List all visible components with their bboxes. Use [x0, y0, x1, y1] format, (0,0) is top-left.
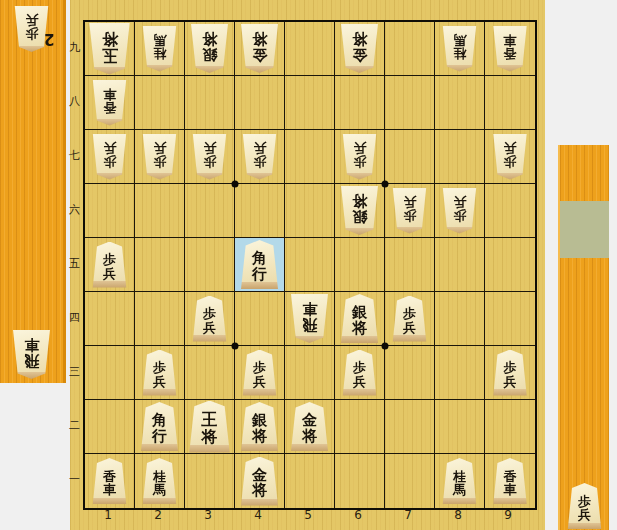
piece-kanji: 銀将	[189, 24, 231, 73]
hand-slot-highlight[interactable]	[560, 201, 609, 258]
piece-kanji: 桂馬	[141, 458, 179, 504]
square-f7-五[interactable]	[385, 238, 435, 292]
piece-bishop-bottom[interactable]: 角行	[239, 240, 281, 289]
piece-silver-top[interactable]: 銀将	[339, 186, 381, 235]
square-f4-七[interactable]: 歩兵	[235, 130, 285, 184]
piece-lance-top[interactable]: 香車	[91, 80, 129, 126]
piece-kanji: 銀将	[239, 402, 281, 451]
file-label-7: 7	[383, 508, 433, 522]
square-f8-三[interactable]	[435, 346, 485, 400]
piece-kanji: 飛車	[11, 330, 53, 379]
piece-gold-bottom[interactable]: 金将	[289, 402, 331, 451]
piece-kanji: 玉将	[87, 23, 133, 75]
square-f2-一[interactable]: 桂馬	[135, 454, 185, 508]
piece-rook-top-in-hand[interactable]: 飛車	[11, 330, 53, 379]
square-f1-五[interactable]: 歩兵	[85, 238, 135, 292]
piece-lance-bottom[interactable]: 香車	[91, 458, 129, 504]
star-point	[382, 181, 389, 188]
square-f2-四[interactable]	[135, 292, 185, 346]
rank-label-七: 七	[67, 128, 82, 182]
square-f3-四[interactable]: 歩兵	[185, 292, 235, 346]
square-f6-五[interactable]	[335, 238, 385, 292]
square-f4-二[interactable]: 銀将	[235, 400, 285, 454]
piece-kanji: 歩兵	[491, 350, 529, 396]
square-f3-九[interactable]: 銀将	[185, 22, 235, 76]
rank-label-五: 五	[67, 236, 82, 290]
square-f9-八[interactable]	[485, 76, 535, 130]
piece-kanji: 歩兵	[141, 134, 179, 180]
square-f4-六[interactable]	[235, 184, 285, 238]
piece-kanji: 角行	[139, 402, 181, 451]
piece-kanji: 角行	[239, 240, 281, 289]
square-f6-七[interactable]: 歩兵	[335, 130, 385, 184]
piece-kanji: 歩兵	[566, 483, 604, 529]
piece-silver-bottom[interactable]: 銀将	[239, 402, 281, 451]
square-f3-八[interactable]	[185, 76, 235, 130]
square-f4-五[interactable]: 角行	[235, 238, 285, 292]
piece-kanji: 銀将	[339, 186, 381, 235]
square-f8-一[interactable]: 桂馬	[435, 454, 485, 508]
file-label-9: 9	[483, 508, 533, 522]
square-f5-五[interactable]	[285, 238, 335, 292]
square-f4-三[interactable]: 歩兵	[235, 346, 285, 400]
square-f6-二[interactable]	[335, 400, 385, 454]
square-f5-四[interactable]: 飛車	[285, 292, 335, 346]
file-label-5: 5	[283, 508, 333, 522]
square-f9-二[interactable]	[485, 400, 535, 454]
piece-pawn-bottom[interactable]: 歩兵	[241, 350, 279, 396]
square-f8-六[interactable]: 歩兵	[435, 184, 485, 238]
piece-knight-bottom[interactable]: 桂馬	[141, 458, 179, 504]
square-f5-八[interactable]	[285, 76, 335, 130]
square-f3-七[interactable]: 歩兵	[185, 130, 235, 184]
square-f2-五[interactable]	[135, 238, 185, 292]
rank-label-八: 八	[67, 74, 82, 128]
file-label-4: 4	[233, 508, 283, 522]
piece-knight-top[interactable]: 桂馬	[141, 26, 179, 72]
square-f1-一[interactable]: 香車	[85, 454, 135, 508]
square-f9-三[interactable]: 歩兵	[485, 346, 535, 400]
piece-pawn-bottom-in-hand[interactable]: 歩兵	[566, 483, 604, 529]
square-f9-九[interactable]: 香車	[485, 22, 535, 76]
hand-slot-top-pawn[interactable]: 歩兵2	[0, 6, 63, 52]
piece-silver-bottom[interactable]: 銀将	[339, 294, 381, 343]
square-f7-七[interactable]	[385, 130, 435, 184]
file-label-2: 2	[133, 508, 183, 522]
square-f4-四[interactable]	[235, 292, 285, 346]
piece-kanji: 歩兵	[441, 188, 479, 234]
piece-pawn-bottom[interactable]: 歩兵	[91, 242, 129, 288]
square-f4-一[interactable]: 金将	[235, 454, 285, 508]
square-f1-七[interactable]: 歩兵	[85, 130, 135, 184]
square-f7-六[interactable]: 歩兵	[385, 184, 435, 238]
square-f3-五[interactable]	[185, 238, 235, 292]
piece-kanji: 桂馬	[441, 26, 479, 72]
square-f7-四[interactable]: 歩兵	[385, 292, 435, 346]
square-f9-五[interactable]	[485, 238, 535, 292]
piece-pawn-top[interactable]: 歩兵	[141, 134, 179, 180]
piece-gold-top[interactable]: 金将	[239, 24, 281, 73]
piece-knight-top[interactable]: 桂馬	[441, 26, 479, 72]
square-f7-九[interactable]	[385, 22, 435, 76]
piece-pawn-bottom[interactable]: 歩兵	[141, 350, 179, 396]
piece-kanji: 香車	[491, 458, 529, 504]
piece-pawn-bottom[interactable]: 歩兵	[391, 296, 429, 342]
piece-gold-top[interactable]: 金将	[339, 24, 381, 73]
square-f2-二[interactable]: 角行	[135, 400, 185, 454]
piece-kanji: 香車	[91, 80, 129, 126]
piece-rook-top[interactable]: 飛車	[289, 294, 331, 343]
square-f8-五[interactable]	[435, 238, 485, 292]
square-f3-二[interactable]: 王将	[185, 400, 235, 454]
file-label-6: 6	[333, 508, 383, 522]
piece-kanji: 歩兵	[241, 350, 279, 396]
piece-kanji: 王将	[187, 401, 233, 453]
rank-label-一: 一	[67, 452, 82, 506]
square-f2-七[interactable]: 歩兵	[135, 130, 185, 184]
hand-slot-bottom-pawn[interactable]: 歩兵	[560, 483, 609, 529]
piece-kanji: 桂馬	[441, 458, 479, 504]
piece-kanji: 金将	[289, 402, 331, 451]
square-f2-八[interactable]	[135, 76, 185, 130]
piece-kanji: 香車	[91, 458, 129, 504]
square-f6-九[interactable]: 金将	[335, 22, 385, 76]
file-labels: 123456789	[83, 508, 533, 522]
square-f7-八[interactable]	[385, 76, 435, 130]
piece-pawn-top[interactable]: 歩兵	[341, 134, 379, 180]
square-f5-二[interactable]: 金将	[285, 400, 335, 454]
square-f4-八[interactable]	[235, 76, 285, 130]
square-f8-七[interactable]	[435, 130, 485, 184]
square-f9-六[interactable]	[485, 184, 535, 238]
square-f9-一[interactable]: 香車	[485, 454, 535, 508]
square-f8-二[interactable]	[435, 400, 485, 454]
square-f8-四[interactable]	[435, 292, 485, 346]
square-f4-九[interactable]: 金将	[235, 22, 285, 76]
star-point	[232, 181, 239, 188]
bottom-player-hand-tray: 歩兵	[558, 145, 609, 530]
square-f2-六[interactable]	[135, 184, 185, 238]
file-label-8: 8	[433, 508, 483, 522]
file-label-3: 3	[183, 508, 233, 522]
piece-kanji: 金将	[239, 457, 281, 506]
square-f7-一[interactable]	[385, 454, 435, 508]
piece-king-top[interactable]: 玉将	[87, 23, 133, 75]
square-f5-三[interactable]	[285, 346, 335, 400]
square-f1-二[interactable]	[85, 400, 135, 454]
piece-pawn-top[interactable]: 歩兵	[391, 188, 429, 234]
piece-pawn-top[interactable]: 歩兵	[241, 134, 279, 180]
square-f7-二[interactable]	[385, 400, 435, 454]
square-f8-九[interactable]: 桂馬	[435, 22, 485, 76]
piece-kanji: 歩兵	[241, 134, 279, 180]
square-f3-六[interactable]	[185, 184, 235, 238]
square-f9-七[interactable]: 歩兵	[485, 130, 535, 184]
hand-slot-top-rook[interactable]: 飛車	[0, 330, 63, 379]
square-f5-六[interactable]	[285, 184, 335, 238]
square-f8-八[interactable]	[435, 76, 485, 130]
star-point	[232, 343, 239, 350]
rank-label-四: 四	[67, 290, 82, 344]
piece-gold-bottom[interactable]: 金将	[239, 457, 281, 506]
piece-kanji: 飛車	[289, 294, 331, 343]
piece-kanji: 金将	[239, 24, 281, 73]
piece-kanji: 香車	[491, 26, 529, 72]
square-f3-一[interactable]	[185, 454, 235, 508]
piece-pawn-top[interactable]: 歩兵	[191, 134, 229, 180]
piece-king-bottom[interactable]: 王将	[187, 401, 233, 453]
square-f5-九[interactable]	[285, 22, 335, 76]
piece-pawn-bottom[interactable]: 歩兵	[191, 296, 229, 342]
rank-label-九: 九	[67, 20, 82, 74]
piece-pawn-top[interactable]: 歩兵	[491, 134, 529, 180]
piece-kanji: 銀将	[339, 294, 381, 343]
rank-label-六: 六	[67, 182, 82, 236]
square-f2-九[interactable]: 桂馬	[135, 22, 185, 76]
piece-kanji: 歩兵	[391, 188, 429, 234]
rank-label-二: 二	[67, 398, 82, 452]
piece-bishop-bottom[interactable]: 角行	[139, 402, 181, 451]
piece-pawn-top[interactable]: 歩兵	[441, 188, 479, 234]
square-f6-三[interactable]: 歩兵	[335, 346, 385, 400]
square-f1-四[interactable]	[85, 292, 135, 346]
piece-kanji: 歩兵	[91, 134, 129, 180]
piece-knight-bottom[interactable]: 桂馬	[441, 458, 479, 504]
piece-kanji: 歩兵	[341, 350, 379, 396]
square-f1-六[interactable]	[85, 184, 135, 238]
square-f2-三[interactable]: 歩兵	[135, 346, 185, 400]
piece-pawn-top[interactable]: 歩兵	[91, 134, 129, 180]
hand-count: 2	[44, 30, 54, 48]
square-f6-八[interactable]	[335, 76, 385, 130]
square-f7-三[interactable]	[385, 346, 435, 400]
square-f5-七[interactable]	[285, 130, 335, 184]
piece-pawn-bottom[interactable]: 歩兵	[491, 350, 529, 396]
file-label-1: 1	[83, 508, 133, 522]
piece-kanji: 歩兵	[191, 134, 229, 180]
piece-lance-top[interactable]: 香車	[491, 26, 529, 72]
piece-kanji: 桂馬	[141, 26, 179, 72]
board-grid: 玉将桂馬銀将金将金将桂馬香車香車歩兵歩兵歩兵歩兵歩兵歩兵銀将歩兵歩兵歩兵角行歩兵…	[83, 20, 537, 510]
square-f5-一[interactable]	[285, 454, 335, 508]
square-f1-三[interactable]	[85, 346, 135, 400]
piece-pawn-bottom[interactable]: 歩兵	[341, 350, 379, 396]
piece-kanji: 金将	[339, 24, 381, 73]
piece-silver-top[interactable]: 銀将	[189, 24, 231, 73]
square-f1-八[interactable]: 香車	[85, 76, 135, 130]
piece-kanji: 歩兵	[491, 134, 529, 180]
square-f6-六[interactable]: 銀将	[335, 184, 385, 238]
star-point	[382, 343, 389, 350]
top-player-hand-tray: 歩兵2飛車	[0, 0, 66, 383]
piece-kanji: 歩兵	[341, 134, 379, 180]
square-f9-四[interactable]	[485, 292, 535, 346]
piece-lance-bottom[interactable]: 香車	[491, 458, 529, 504]
square-f6-一[interactable]	[335, 454, 385, 508]
piece-kanji: 歩兵	[91, 242, 129, 288]
rank-labels: 九八七六五四三二一	[67, 20, 82, 506]
piece-kanji: 歩兵	[141, 350, 179, 396]
square-f1-九[interactable]: 玉将	[85, 22, 135, 76]
square-f3-三[interactable]	[185, 346, 235, 400]
piece-kanji: 歩兵	[391, 296, 429, 342]
square-f6-四[interactable]: 銀将	[335, 292, 385, 346]
rank-label-三: 三	[67, 344, 82, 398]
piece-kanji: 歩兵	[191, 296, 229, 342]
